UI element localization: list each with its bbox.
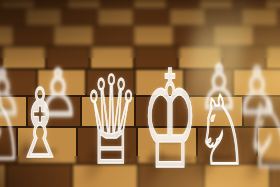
piece-pawn[interactable]: ♙ <box>34 61 82 127</box>
piece-queen[interactable]: ♕ <box>81 60 142 182</box>
chessboard-photo: ♙♘♗♙♕♔♙♘♙♘ <box>0 0 280 187</box>
pieces-layer: ♙♘♗♙♕♔♙♘♙♘ <box>0 0 280 187</box>
piece-knight[interactable]: ♘ <box>241 90 280 182</box>
piece-king[interactable]: ♔ <box>139 52 202 187</box>
